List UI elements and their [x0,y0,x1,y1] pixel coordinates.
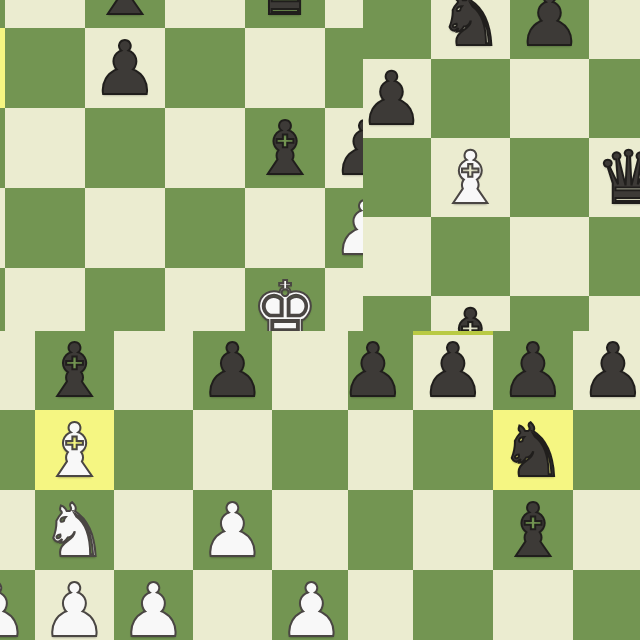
piece-white-pawn[interactable]: ♟ [193,490,272,570]
board-square[interactable] [348,490,413,570]
board-square[interactable] [589,59,640,138]
board-square[interactable] [589,0,640,59]
piece-black-queen[interactable]: ♛ [589,138,640,217]
board-square[interactable] [165,28,245,108]
board-square[interactable] [85,188,165,268]
board-square[interactable] [510,59,589,138]
board-square[interactable] [165,188,245,268]
board-square[interactable] [589,296,640,331]
piece-black-pawn[interactable]: ♟ [193,331,272,410]
board-square[interactable] [0,490,35,570]
crop-c-bottom-left-board: ♝♟♝♞♟♟♟♟♟ [0,331,356,640]
board-square[interactable] [589,217,640,296]
piece-white-pawn[interactable]: ♟ [272,570,351,640]
board-square[interactable] [431,217,510,296]
crop-d-bottom-right-board: ♟♟♟♟♞♝ [348,331,640,640]
board-square[interactable] [413,410,493,490]
board-square[interactable] [193,410,272,490]
board-square[interactable] [493,570,573,640]
crop-b-top-right-board: ♞♟♟♝♛♝ [363,0,640,331]
board-square[interactable] [573,490,640,570]
piece-white-pawn[interactable]: ♟ [0,570,35,640]
board-square[interactable] [431,59,510,138]
crop-d-bottom-right: ♟♟♟♟♞♝ [348,331,640,640]
board-square[interactable] [363,0,431,59]
piece-white-bishop[interactable]: ♝ [431,138,510,217]
board-square[interactable] [85,108,165,188]
piece-black-queen[interactable]: ♛ [245,0,325,28]
highlight-edge-sliver [413,331,493,335]
piece-black-pawn[interactable]: ♟ [348,331,413,410]
board-square[interactable] [272,331,351,410]
board-square[interactable] [510,138,589,217]
board-square[interactable] [363,296,431,331]
board-square[interactable] [165,108,245,188]
chess-collage: ♝♛♟♝♟♟♚♞♟♟♝♛♝♝♟♝♞♟♟♟♟♟♟♟♟♟♞♝ [0,0,640,640]
board-square[interactable] [193,570,272,640]
board-square[interactable] [245,188,325,268]
piece-black-bishop[interactable]: ♝ [431,296,510,331]
board-square[interactable] [5,0,85,28]
board-square[interactable] [348,410,413,490]
piece-black-bishop[interactable]: ♝ [493,490,573,570]
board-square[interactable] [510,217,589,296]
board-square[interactable] [348,570,413,640]
board-square[interactable] [5,28,85,108]
board-square[interactable] [165,0,245,28]
piece-black-pawn[interactable]: ♟ [493,331,573,410]
crop-c-bottom-left: ♝♟♝♞♟♟♟♟♟ [0,331,356,640]
board-square[interactable] [413,570,493,640]
piece-white-pawn[interactable]: ♟ [114,570,193,640]
board-square[interactable] [363,138,431,217]
board-square[interactable] [114,331,193,410]
piece-black-bishop[interactable]: ♝ [245,108,325,188]
piece-black-pawn[interactable]: ♟ [573,331,640,410]
piece-white-bishop[interactable]: ♝ [35,410,114,490]
board-square[interactable] [573,570,640,640]
piece-white-knight[interactable]: ♞ [35,490,114,570]
board-square[interactable] [363,217,431,296]
board-square[interactable] [0,331,35,410]
board-square[interactable] [272,490,351,570]
piece-black-bishop[interactable]: ♝ [35,331,114,410]
piece-black-knight[interactable]: ♞ [431,0,510,59]
board-square[interactable] [573,410,640,490]
board-square[interactable] [114,410,193,490]
board-square[interactable] [0,410,35,490]
crop-b-top-right: ♞♟♟♝♛♝ [363,0,640,331]
board-square[interactable] [510,296,589,331]
piece-black-pawn[interactable]: ♟ [85,28,165,108]
piece-white-pawn[interactable]: ♟ [35,570,114,640]
board-square[interactable] [245,28,325,108]
board-square[interactable] [272,410,351,490]
board-square[interactable] [5,108,85,188]
board-square[interactable] [114,490,193,570]
piece-black-pawn[interactable]: ♟ [413,331,493,410]
piece-black-bishop[interactable]: ♝ [85,0,165,28]
piece-black-knight[interactable]: ♞ [493,410,573,490]
piece-black-pawn[interactable]: ♟ [363,59,431,138]
board-square[interactable] [5,188,85,268]
piece-black-pawn[interactable]: ♟ [510,0,589,59]
board-square[interactable] [413,490,493,570]
